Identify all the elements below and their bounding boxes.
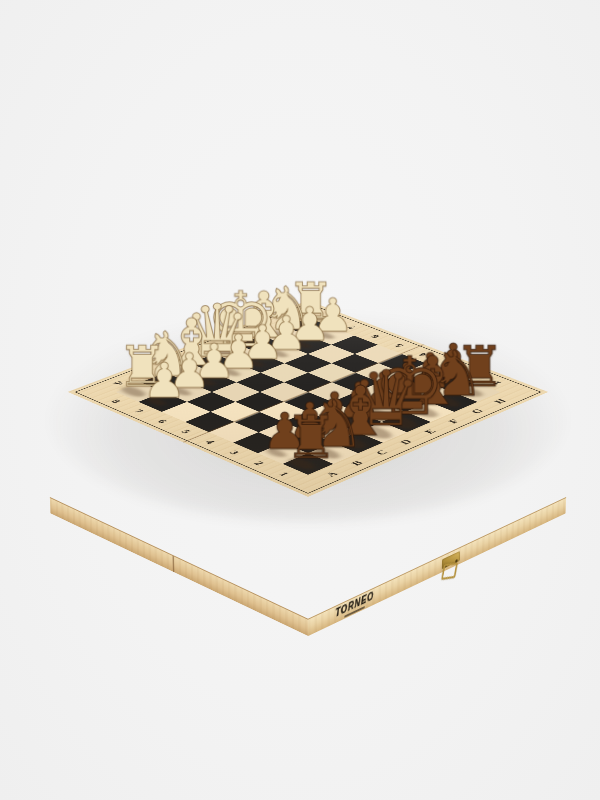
product-photo: 1122334455667788AABBCCDDEEFFGGHH TORNEO	[0, 0, 600, 800]
piece-glyph: ♜	[284, 408, 337, 467]
logo-text: TORNEO	[335, 590, 374, 619]
edge-fold-seam	[172, 556, 174, 573]
piece-glyph: ♟	[143, 356, 186, 404]
clasp-loop	[441, 562, 458, 580]
